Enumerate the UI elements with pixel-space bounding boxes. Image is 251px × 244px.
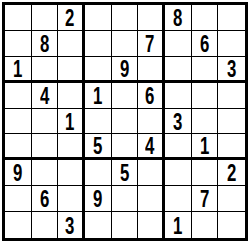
cell-r7c2[interactable] bbox=[32, 160, 59, 186]
given-digit: 6 bbox=[200, 31, 209, 56]
cell-r4c7[interactable] bbox=[165, 83, 192, 109]
cell-r6c4[interactable]: 5 bbox=[85, 134, 112, 160]
cell-r5c1[interactable] bbox=[5, 109, 32, 135]
cell-r6c2[interactable] bbox=[32, 134, 59, 160]
cell-r8c7[interactable] bbox=[165, 186, 192, 212]
given-digit: 3 bbox=[65, 213, 74, 238]
cell-r7c6[interactable] bbox=[138, 160, 165, 186]
cell-r2c7[interactable] bbox=[165, 31, 192, 57]
cell-r6c9[interactable] bbox=[218, 134, 245, 160]
cell-r2c3[interactable] bbox=[58, 31, 85, 57]
cell-r5c3[interactable]: 1 bbox=[58, 109, 85, 135]
given-digit: 3 bbox=[173, 109, 182, 134]
cell-r1c7[interactable]: 8 bbox=[165, 5, 192, 31]
cell-r1c5[interactable] bbox=[112, 5, 139, 31]
given-digit: 8 bbox=[40, 31, 49, 56]
cell-r8c2[interactable]: 6 bbox=[32, 186, 59, 212]
cell-r2c8[interactable]: 6 bbox=[192, 31, 219, 57]
cell-r8c5[interactable] bbox=[112, 186, 139, 212]
cell-r3c5[interactable]: 9 bbox=[112, 57, 139, 83]
cell-r2c2[interactable]: 8 bbox=[32, 31, 59, 57]
cell-r9c4[interactable] bbox=[85, 212, 112, 238]
cell-r9c1[interactable] bbox=[5, 212, 32, 238]
cell-r5c6[interactable] bbox=[138, 109, 165, 135]
cell-r7c4[interactable] bbox=[85, 160, 112, 186]
cell-r2c6[interactable]: 7 bbox=[138, 31, 165, 57]
cell-r1c8[interactable] bbox=[192, 5, 219, 31]
cell-r9c6[interactable] bbox=[138, 212, 165, 238]
cell-r4c4[interactable]: 1 bbox=[85, 83, 112, 109]
cell-r7c5[interactable]: 5 bbox=[112, 160, 139, 186]
cell-r4c9[interactable] bbox=[218, 83, 245, 109]
cell-r3c4[interactable] bbox=[85, 57, 112, 83]
cell-r6c6[interactable]: 4 bbox=[138, 134, 165, 160]
cell-r4c3[interactable] bbox=[58, 83, 85, 109]
cell-r6c5[interactable] bbox=[112, 134, 139, 160]
sudoku-board: 288761934161354195269731 bbox=[2, 2, 248, 241]
cell-r3c1[interactable]: 1 bbox=[5, 57, 32, 83]
cell-r5c8[interactable] bbox=[192, 109, 219, 135]
cell-r3c6[interactable] bbox=[138, 57, 165, 83]
cell-r5c4[interactable] bbox=[85, 109, 112, 135]
given-digit: 1 bbox=[65, 109, 74, 134]
cell-r6c7[interactable] bbox=[165, 134, 192, 160]
given-digit: 8 bbox=[173, 5, 182, 30]
cell-r6c3[interactable] bbox=[58, 134, 85, 160]
cell-r9c9[interactable] bbox=[218, 212, 245, 238]
given-digit: 6 bbox=[145, 83, 154, 108]
given-digit: 5 bbox=[93, 134, 102, 158]
cell-r1c2[interactable] bbox=[32, 5, 59, 31]
cell-r1c3[interactable]: 2 bbox=[58, 5, 85, 31]
cell-r4c5[interactable] bbox=[112, 83, 139, 109]
cell-r5c5[interactable] bbox=[112, 109, 139, 135]
given-digit: 4 bbox=[40, 83, 49, 108]
given-digit: 7 bbox=[200, 186, 209, 211]
cell-r9c8[interactable] bbox=[192, 212, 219, 238]
given-digit: 7 bbox=[145, 31, 154, 56]
given-digit: 9 bbox=[93, 186, 102, 211]
cell-r5c9[interactable] bbox=[218, 109, 245, 135]
given-digit: 3 bbox=[227, 57, 236, 81]
cell-r9c3[interactable]: 3 bbox=[58, 212, 85, 238]
cell-r3c2[interactable] bbox=[32, 57, 59, 83]
cell-r1c1[interactable] bbox=[5, 5, 32, 31]
cell-r9c2[interactable] bbox=[32, 212, 59, 238]
cell-r2c1[interactable] bbox=[5, 31, 32, 57]
cell-r4c6[interactable]: 6 bbox=[138, 83, 165, 109]
cell-r8c3[interactable] bbox=[58, 186, 85, 212]
cell-r5c2[interactable] bbox=[32, 109, 59, 135]
cell-r2c5[interactable] bbox=[112, 31, 139, 57]
given-digit: 1 bbox=[13, 57, 22, 81]
given-digit: 4 bbox=[145, 134, 154, 158]
given-digit: 1 bbox=[173, 213, 182, 238]
cell-r2c4[interactable] bbox=[85, 31, 112, 57]
given-digit: 1 bbox=[93, 83, 102, 108]
cell-r7c7[interactable] bbox=[165, 160, 192, 186]
cell-r3c3[interactable] bbox=[58, 57, 85, 83]
cell-r7c3[interactable] bbox=[58, 160, 85, 186]
cell-r4c8[interactable] bbox=[192, 83, 219, 109]
cell-r4c1[interactable] bbox=[5, 83, 32, 109]
cell-r9c7[interactable]: 1 bbox=[165, 212, 192, 238]
cell-r7c9[interactable]: 2 bbox=[218, 160, 245, 186]
sudoku-screen: 288761934161354195269731 bbox=[0, 0, 251, 244]
cell-r8c1[interactable] bbox=[5, 186, 32, 212]
cell-r4c2[interactable]: 4 bbox=[32, 83, 59, 109]
given-digit: 2 bbox=[227, 160, 236, 185]
given-digit: 5 bbox=[120, 160, 129, 185]
cell-r2c9[interactable] bbox=[218, 31, 245, 57]
cell-r9c5[interactable] bbox=[112, 212, 139, 238]
given-digit: 2 bbox=[65, 5, 74, 30]
cell-r7c1[interactable]: 9 bbox=[5, 160, 32, 186]
given-digit: 9 bbox=[120, 57, 129, 81]
cell-r7c8[interactable] bbox=[192, 160, 219, 186]
cell-r8c6[interactable] bbox=[138, 186, 165, 212]
cell-r8c4[interactable]: 9 bbox=[85, 186, 112, 212]
cell-r3c9[interactable]: 3 bbox=[218, 57, 245, 83]
cell-r5c7[interactable]: 3 bbox=[165, 109, 192, 135]
cell-r8c8[interactable]: 7 bbox=[192, 186, 219, 212]
cell-r3c7[interactable] bbox=[165, 57, 192, 83]
cell-r8c9[interactable] bbox=[218, 186, 245, 212]
given-digit: 6 bbox=[40, 186, 49, 211]
given-digit: 1 bbox=[200, 134, 209, 158]
given-digit: 9 bbox=[13, 160, 22, 185]
cell-r1c6[interactable] bbox=[138, 5, 165, 31]
cell-r6c1[interactable] bbox=[5, 134, 32, 160]
cell-r1c9[interactable] bbox=[218, 5, 245, 31]
cell-r3c8[interactable] bbox=[192, 57, 219, 83]
cell-r6c8[interactable]: 1 bbox=[192, 134, 219, 160]
cell-r1c4[interactable] bbox=[85, 5, 112, 31]
